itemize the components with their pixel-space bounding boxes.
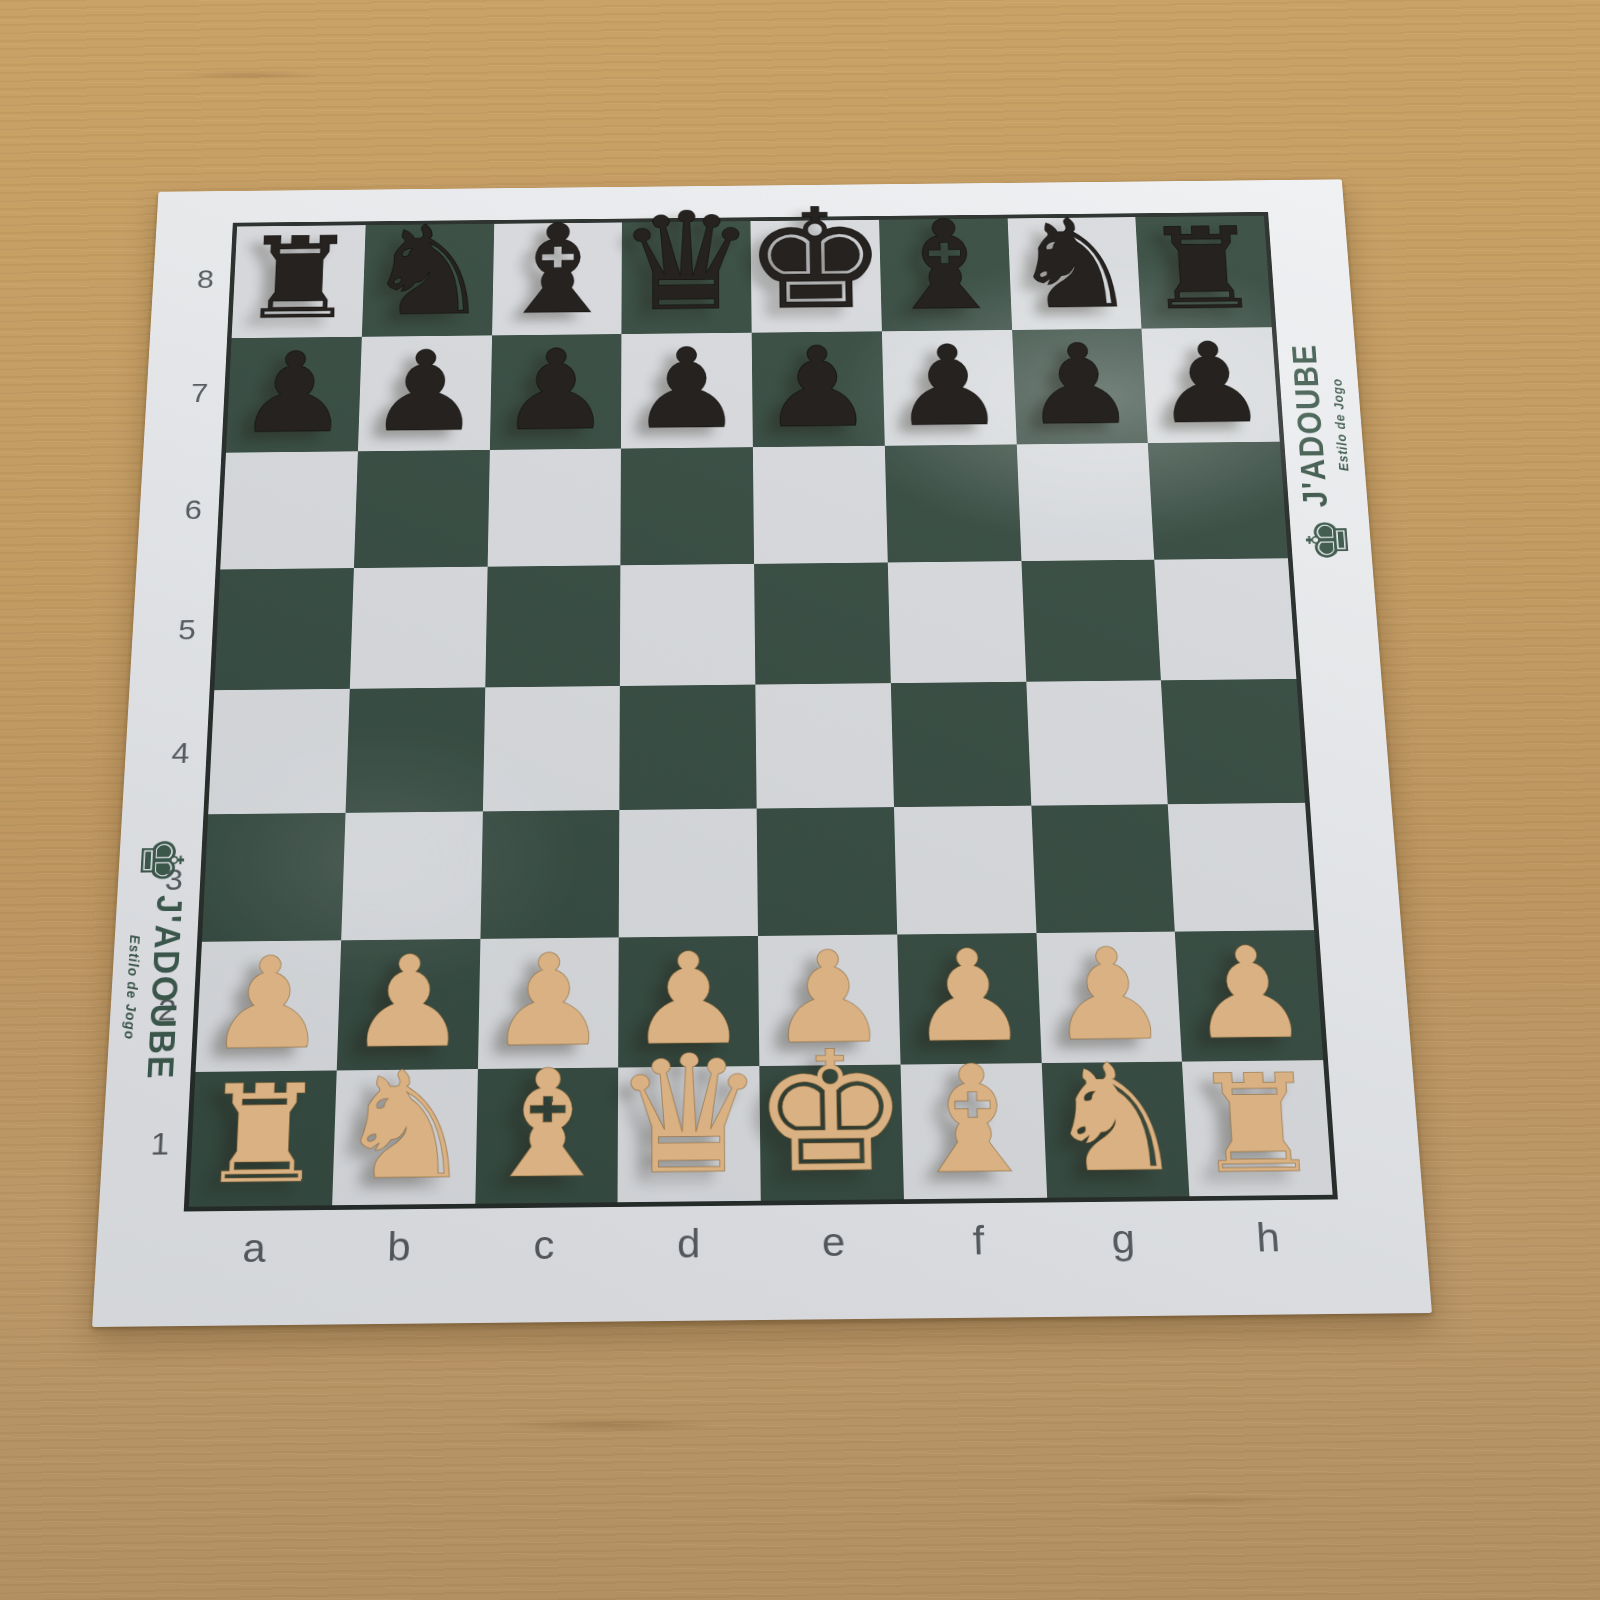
square-c5[interactable] bbox=[485, 565, 621, 687]
file-label-b: b bbox=[324, 1208, 472, 1322]
white-rook-h1[interactable]: ♜ bbox=[1189, 1056, 1326, 1193]
square-h3[interactable] bbox=[1168, 803, 1314, 932]
square-e8[interactable]: ♚ bbox=[750, 220, 881, 333]
white-rook-a1[interactable]: ♜ bbox=[196, 1066, 330, 1203]
black-pawn-d7[interactable]: ♟ bbox=[630, 333, 744, 445]
file-label-d: d bbox=[616, 1205, 762, 1319]
square-g7[interactable]: ♟ bbox=[1012, 328, 1148, 444]
square-h1[interactable]: ♜ bbox=[1182, 1060, 1332, 1196]
square-g5[interactable] bbox=[1021, 560, 1161, 682]
white-bishop-f1[interactable]: ♝ bbox=[900, 1046, 1045, 1196]
square-g3[interactable] bbox=[1031, 804, 1175, 933]
square-f7[interactable]: ♟ bbox=[882, 330, 1017, 446]
square-b5[interactable] bbox=[350, 567, 488, 689]
square-d6[interactable] bbox=[621, 447, 754, 566]
square-c7[interactable]: ♟ bbox=[489, 334, 621, 450]
logo-inner-bottom-left: ♚ J'ADOUBE Estilo de Jogo bbox=[106, 824, 205, 1093]
file-label-f: f bbox=[905, 1202, 1054, 1316]
square-d5[interactable] bbox=[620, 564, 755, 686]
square-a5[interactable] bbox=[214, 568, 353, 690]
square-b3[interactable] bbox=[341, 811, 482, 940]
square-h6[interactable] bbox=[1148, 441, 1288, 560]
black-bishop-f8[interactable]: ♝ bbox=[879, 204, 1011, 328]
square-g4[interactable] bbox=[1026, 680, 1168, 805]
square-h7[interactable]: ♟ bbox=[1142, 327, 1280, 443]
square-g6[interactable] bbox=[1016, 443, 1154, 562]
square-a1[interactable]: ♜ bbox=[189, 1071, 337, 1207]
logo-jadoube-top-right: ♚ J'ADOUBE Estilo de Jogo bbox=[1273, 333, 1371, 574]
black-knight-b8[interactable]: ♞ bbox=[362, 209, 493, 333]
square-c4[interactable] bbox=[482, 686, 620, 811]
square-f8[interactable]: ♝ bbox=[879, 218, 1012, 331]
square-f3[interactable] bbox=[894, 805, 1036, 934]
square-a3[interactable] bbox=[202, 813, 345, 942]
white-pawn-a2[interactable]: ♟ bbox=[205, 941, 332, 1069]
square-a2[interactable]: ♟ bbox=[196, 940, 341, 1072]
square-b7[interactable]: ♟ bbox=[358, 335, 492, 451]
white-queen-d1[interactable]: ♛ bbox=[611, 1034, 767, 1199]
square-g8[interactable]: ♞ bbox=[1007, 217, 1141, 330]
brand-tagline-top-right: Estilo de Jogo bbox=[1329, 378, 1352, 471]
square-d1[interactable]: ♛ bbox=[618, 1066, 761, 1202]
square-a8[interactable]: ♜ bbox=[232, 225, 366, 338]
square-f6[interactable] bbox=[885, 444, 1021, 563]
square-d3[interactable] bbox=[619, 808, 758, 937]
square-d7[interactable]: ♟ bbox=[621, 332, 753, 448]
black-bishop-c8[interactable]: ♝ bbox=[492, 208, 621, 332]
square-b8[interactable]: ♞ bbox=[362, 224, 494, 337]
square-c1[interactable]: ♝ bbox=[475, 1068, 619, 1204]
king-logo-icon-top-right: ♚ bbox=[1298, 517, 1358, 563]
black-pawn-e7[interactable]: ♟ bbox=[760, 332, 875, 444]
file-label-a: a bbox=[178, 1210, 328, 1324]
king-logo-icon-bottom-left: ♚ bbox=[130, 836, 192, 885]
wood-table: 87654321 ♜♞♝♛♚♝♞♜♟♟♟♟♟♟♟♟♟♟♟♟♟♟♟♟♜♞♝♛♚♝♞… bbox=[0, 0, 1600, 1600]
square-b1[interactable]: ♞ bbox=[332, 1069, 478, 1205]
white-king-e1[interactable]: ♚ bbox=[751, 1029, 912, 1197]
square-e4[interactable] bbox=[755, 683, 893, 808]
logo-inner-top-right: ♚ J'ADOUBE Estilo de Jogo bbox=[1273, 333, 1371, 574]
brand-tagline-bottom-left: Estilo de Jogo bbox=[121, 935, 143, 1040]
black-queen-d8[interactable]: ♛ bbox=[616, 194, 758, 330]
rank-label-8: 8 bbox=[150, 223, 233, 336]
square-h8[interactable]: ♜ bbox=[1136, 216, 1272, 329]
black-pawn-c7[interactable]: ♟ bbox=[498, 335, 613, 447]
white-bishop-c1[interactable]: ♝ bbox=[476, 1050, 618, 1200]
square-e6[interactable] bbox=[753, 445, 888, 564]
rank-label-5: 5 bbox=[129, 569, 215, 691]
square-f4[interactable] bbox=[891, 682, 1031, 807]
square-c3[interactable] bbox=[480, 810, 620, 939]
square-e5[interactable] bbox=[754, 563, 891, 685]
rank-label-6: 6 bbox=[136, 450, 221, 569]
square-b6[interactable] bbox=[354, 450, 490, 569]
square-d8[interactable]: ♛ bbox=[622, 221, 752, 334]
white-pawn-h2[interactable]: ♟ bbox=[1184, 930, 1313, 1058]
square-b4[interactable] bbox=[345, 687, 485, 812]
logo-jadoube-bottom-left: ♚ J'ADOUBE Estilo de Jogo bbox=[106, 824, 205, 1093]
white-knight-b1[interactable]: ♞ bbox=[333, 1052, 477, 1202]
file-label-g: g bbox=[1049, 1201, 1200, 1315]
chess-mat: 87654321 ♜♞♝♛♚♝♞♜♟♟♟♟♟♟♟♟♟♟♟♟♟♟♟♟♜♞♝♛♚♝♞… bbox=[92, 179, 1432, 1327]
black-pawn-b7[interactable]: ♟ bbox=[367, 336, 483, 448]
black-knight-g8[interactable]: ♞ bbox=[1007, 203, 1141, 327]
black-rook-h8[interactable]: ♜ bbox=[1141, 212, 1265, 325]
square-a7[interactable]: ♟ bbox=[226, 337, 362, 453]
file-label-c: c bbox=[470, 1207, 616, 1321]
black-rook-a8[interactable]: ♜ bbox=[238, 221, 359, 335]
square-h2[interactable]: ♟ bbox=[1175, 930, 1323, 1062]
brand-name-bottom-left: J'ADOUBE bbox=[139, 895, 189, 1081]
rank-label-4: 4 bbox=[122, 690, 210, 816]
file-label-e: e bbox=[761, 1204, 908, 1318]
square-e7[interactable]: ♟ bbox=[752, 331, 885, 447]
chess-board: ♜♞♝♛♚♝♞♜♟♟♟♟♟♟♟♟♟♟♟♟♟♟♟♟♜♞♝♛♚♝♞♜ bbox=[184, 212, 1338, 1212]
square-a4[interactable] bbox=[208, 689, 349, 814]
square-e3[interactable] bbox=[757, 807, 897, 936]
square-h4[interactable] bbox=[1161, 679, 1305, 804]
file-labels: abcdefgh bbox=[178, 1199, 1346, 1324]
square-e1[interactable]: ♚ bbox=[759, 1065, 903, 1201]
black-king-e8[interactable]: ♚ bbox=[743, 190, 889, 329]
black-pawn-a7[interactable]: ♟ bbox=[235, 337, 353, 449]
logo-text-bottom-left: J'ADOUBE Estilo de Jogo bbox=[119, 895, 189, 1081]
square-h5[interactable] bbox=[1154, 558, 1296, 680]
logo-text-top-right: J'ADOUBE Estilo de Jogo bbox=[1285, 343, 1354, 507]
black-pawn-h7[interactable]: ♟ bbox=[1150, 328, 1270, 440]
square-c6[interactable] bbox=[487, 448, 621, 567]
brand-name-top-right: J'ADOUBE bbox=[1285, 343, 1335, 507]
white-knight-g1[interactable]: ♞ bbox=[1041, 1044, 1189, 1194]
rank-label-7: 7 bbox=[143, 335, 227, 451]
square-f5[interactable] bbox=[888, 561, 1026, 683]
square-g1[interactable]: ♞ bbox=[1041, 1062, 1189, 1198]
file-label-h: h bbox=[1194, 1199, 1346, 1313]
square-d4[interactable] bbox=[620, 685, 757, 810]
rank-label-1: 1 bbox=[99, 1076, 191, 1213]
square-a6[interactable] bbox=[220, 451, 357, 570]
black-pawn-f7[interactable]: ♟ bbox=[890, 330, 1007, 442]
black-pawn-g7[interactable]: ♟ bbox=[1020, 329, 1139, 441]
square-f1[interactable]: ♝ bbox=[900, 1063, 1046, 1199]
square-c8[interactable]: ♝ bbox=[492, 222, 623, 335]
